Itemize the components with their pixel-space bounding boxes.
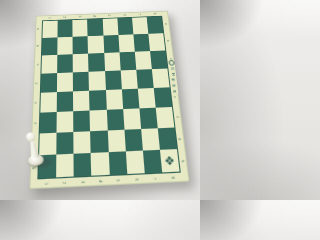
square-c2[interactable]	[74, 131, 91, 153]
square-c7[interactable]	[73, 36, 89, 54]
square-g6[interactable]	[135, 51, 152, 70]
square-b6[interactable]	[57, 54, 73, 73]
square-b4[interactable]	[57, 91, 74, 112]
square-a8[interactable]	[42, 21, 57, 38]
square-c1[interactable]	[74, 153, 92, 177]
square-a7[interactable]	[42, 37, 58, 55]
square-f8[interactable]	[117, 18, 133, 35]
square-h4[interactable]	[154, 87, 172, 107]
square-d1[interactable]	[91, 152, 109, 176]
square-f2[interactable]	[124, 129, 143, 151]
square-d6[interactable]	[88, 53, 104, 72]
branding-letter: S	[172, 84, 175, 87]
square-b3[interactable]	[57, 111, 74, 133]
board-grid[interactable]: ❖	[37, 16, 180, 180]
square-f6[interactable]	[119, 52, 136, 71]
square-b1[interactable]	[56, 154, 74, 178]
square-f1[interactable]	[125, 151, 144, 174]
square-b7[interactable]	[57, 37, 72, 55]
coord-label: 5	[109, 175, 128, 185]
photo-scene: { "game": "chess", "position": "8/8/8/8/…	[0, 0, 200, 200]
square-d8[interactable]	[87, 19, 103, 36]
square-c3[interactable]	[73, 111, 90, 132]
square-d7[interactable]	[88, 36, 104, 54]
branding-letter: H	[171, 73, 174, 76]
square-e4[interactable]	[105, 89, 122, 109]
coord-label: 3	[73, 177, 91, 187]
square-f3[interactable]	[123, 108, 141, 129]
square-g8[interactable]	[132, 17, 148, 34]
coord-label: 4	[91, 176, 109, 186]
chess-board: 12345678 12345678 abcdefgh abcdefgh ❖ CH…	[29, 11, 189, 190]
square-b8[interactable]	[58, 20, 73, 37]
square-g2[interactable]	[141, 128, 160, 150]
square-b2[interactable]	[56, 132, 73, 155]
square-d2[interactable]	[90, 130, 108, 152]
square-c6[interactable]	[73, 54, 89, 73]
square-f7[interactable]	[118, 34, 134, 52]
square-c4[interactable]	[73, 91, 90, 112]
square-g7[interactable]	[133, 34, 150, 52]
branding-letter: E	[172, 79, 175, 82]
coord-label: 6	[127, 174, 146, 184]
square-a4[interactable]	[40, 92, 57, 113]
square-e6[interactable]	[104, 52, 121, 71]
square-c8[interactable]	[73, 19, 88, 36]
square-d5[interactable]	[89, 71, 106, 91]
square-h5[interactable]	[152, 69, 170, 88]
square-e3[interactable]	[106, 109, 124, 130]
corner-emblem-icon: ❖	[164, 154, 176, 167]
square-f4[interactable]	[122, 89, 140, 109]
coord-label: 8	[163, 173, 182, 183]
branding-letter: S	[173, 90, 176, 93]
coord-label: 1	[37, 179, 55, 189]
square-g4[interactable]	[138, 88, 156, 108]
coord-label: 2	[55, 178, 73, 188]
square-e1[interactable]	[108, 151, 127, 174]
coord-label: 7	[145, 174, 164, 184]
square-a5[interactable]	[41, 73, 57, 93]
square-d4[interactable]	[89, 90, 106, 110]
pawn-head	[25, 132, 36, 143]
square-h8[interactable]	[147, 17, 164, 34]
square-h3[interactable]	[156, 107, 175, 128]
square-a6[interactable]	[41, 55, 57, 74]
square-f5[interactable]	[120, 70, 137, 90]
square-h1[interactable]: ❖	[160, 149, 180, 172]
square-h2[interactable]	[158, 128, 177, 150]
square-g1[interactable]	[143, 150, 162, 173]
square-g5[interactable]	[136, 69, 154, 89]
brand-logo-icon	[168, 60, 174, 66]
square-e5[interactable]	[105, 70, 122, 90]
square-d3[interactable]	[90, 110, 107, 131]
square-e2[interactable]	[107, 130, 125, 152]
branding-letter: C	[170, 67, 173, 70]
square-b5[interactable]	[57, 72, 73, 92]
square-e8[interactable]	[102, 18, 118, 35]
square-h7[interactable]	[148, 33, 165, 51]
square-g3[interactable]	[139, 108, 157, 129]
square-h6[interactable]	[150, 50, 167, 69]
square-c5[interactable]	[73, 72, 89, 92]
square-e7[interactable]	[103, 35, 119, 53]
